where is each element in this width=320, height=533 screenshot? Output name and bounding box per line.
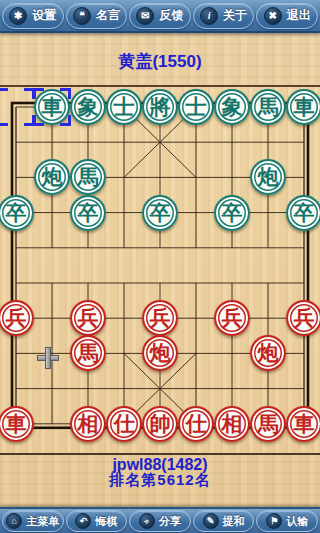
- about-button[interactable]: i 关于: [193, 3, 255, 29]
- piece-black-general[interactable]: 將: [142, 89, 178, 125]
- info-icon: i: [200, 7, 218, 25]
- player-name: jpwl88(1482): [0, 457, 320, 472]
- piece-red-soldier[interactable]: 兵: [214, 300, 250, 336]
- resign-button[interactable]: ⚑ 认输: [256, 510, 318, 532]
- share-button[interactable]: » 分享: [129, 510, 191, 532]
- bottom-toolbar: ⌂ 主菜单 ↶ 悔棋 » 分享 ✎ 提和 ⚑ 认输: [0, 507, 320, 533]
- piece-red-elephant[interactable]: 相: [70, 406, 106, 442]
- player-info: jpwl88(1482) 排名第5612名: [0, 457, 320, 487]
- piece-black-advisor[interactable]: 士: [106, 89, 142, 125]
- piece-red-horse[interactable]: 馬: [250, 406, 286, 442]
- top-toolbar: ✱ 设置 ❝ 名言 ✉ 反馈 i 关于 ✖ 退出: [0, 0, 320, 33]
- pencil-icon: ✎: [203, 513, 219, 529]
- piece-black-soldier[interactable]: 卒: [286, 195, 320, 231]
- piece-black-soldier[interactable]: 卒: [142, 195, 178, 231]
- about-label: 关于: [223, 7, 247, 24]
- piece-red-general[interactable]: 帥: [142, 406, 178, 442]
- piece-red-chariot[interactable]: 車: [0, 406, 34, 442]
- undo-move-button[interactable]: ↶ 悔棋: [66, 510, 128, 532]
- piece-red-soldier[interactable]: 兵: [142, 300, 178, 336]
- exit-button[interactable]: ✖ 退出: [256, 3, 318, 29]
- player-rank: 排名第5612名: [0, 472, 320, 487]
- piece-black-chariot[interactable]: 車: [34, 89, 70, 125]
- close-icon: ✖: [264, 7, 282, 25]
- offer-draw-label: 提和: [223, 514, 245, 529]
- piece-red-chariot[interactable]: 車: [286, 406, 320, 442]
- flag-icon: ⚑: [266, 513, 282, 529]
- main-menu-label: 主菜单: [26, 514, 59, 529]
- piece-black-soldier[interactable]: 卒: [0, 195, 34, 231]
- undo-move-label: 悔棋: [95, 514, 117, 529]
- undo-icon: ↶: [75, 513, 91, 529]
- piece-black-soldier[interactable]: 卒: [70, 195, 106, 231]
- opponent-name: 黄盖(1550): [0, 50, 320, 73]
- feedback-label: 反馈: [159, 7, 183, 24]
- feedback-button[interactable]: ✉ 反馈: [129, 3, 191, 29]
- resign-label: 认输: [286, 514, 308, 529]
- home-icon: ⌂: [6, 513, 22, 529]
- envelope-icon: ✉: [136, 7, 154, 25]
- speech-bubble-icon: ❝: [73, 7, 91, 25]
- piece-black-elephant[interactable]: 象: [70, 89, 106, 125]
- piece-red-soldier[interactable]: 兵: [70, 300, 106, 336]
- piece-red-soldier[interactable]: 兵: [286, 300, 320, 336]
- piece-black-elephant[interactable]: 象: [214, 89, 250, 125]
- piece-red-elephant[interactable]: 相: [214, 406, 250, 442]
- share-icon: »: [139, 513, 155, 529]
- piece-red-advisor[interactable]: 仕: [178, 406, 214, 442]
- quotes-button[interactable]: ❝ 名言: [66, 3, 128, 29]
- piece-black-soldier[interactable]: 卒: [214, 195, 250, 231]
- main-menu-button[interactable]: ⌂ 主菜单: [2, 510, 64, 532]
- xiangqi-board[interactable]: 車象士將士象馬車炮馬炮卒卒卒卒卒兵兵兵兵兵馬炮炮車相仕帥仕相馬車: [0, 85, 320, 455]
- settings-label: 设置: [32, 7, 56, 24]
- piece-red-advisor[interactable]: 仕: [106, 406, 142, 442]
- settings-button[interactable]: ✱ 设置: [2, 3, 64, 29]
- piece-black-horse[interactable]: 馬: [250, 89, 286, 125]
- piece-black-chariot[interactable]: 車: [286, 89, 320, 125]
- offer-draw-button[interactable]: ✎ 提和: [193, 510, 255, 532]
- gear-icon: ✱: [9, 7, 27, 25]
- quotes-label: 名言: [96, 7, 120, 24]
- piece-black-advisor[interactable]: 士: [178, 89, 214, 125]
- board-grid-lines: [0, 87, 320, 457]
- share-label: 分享: [159, 514, 181, 529]
- exit-label: 退出: [287, 7, 311, 24]
